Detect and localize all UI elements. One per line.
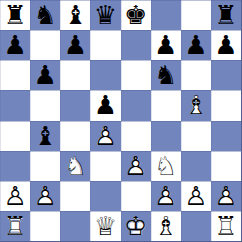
piece-white-pawn[interactable]: ♟♙ <box>211 181 241 211</box>
piece-white-pawn[interactable]: ♟♙ <box>151 181 181 211</box>
square-d7[interactable] <box>90 30 120 60</box>
square-g7[interactable]: ♟ <box>181 30 211 60</box>
square-c5[interactable] <box>60 90 90 120</box>
square-h1[interactable]: ♜♖ <box>211 211 241 241</box>
square-b5[interactable] <box>30 90 60 120</box>
square-d8[interactable]: ♛ <box>90 0 120 30</box>
square-b7[interactable] <box>30 30 60 60</box>
piece-black-pawn[interactable]: ♟ <box>60 30 90 60</box>
chess-board: ♜♞♝♛♚♜♟♟♟♟♟♟♞♟♝♗♝♟♙♞♘♟♙♞♘♟♙♟♙♟♙♟♙♟♙♜♖♛♕♚… <box>0 0 242 242</box>
square-f3[interactable]: ♞♘ <box>151 151 181 181</box>
piece-black-rook[interactable]: ♜ <box>211 0 241 30</box>
square-h2[interactable]: ♟♙ <box>211 181 241 211</box>
square-c7[interactable]: ♟ <box>60 30 90 60</box>
square-b3[interactable] <box>30 151 60 181</box>
square-e5[interactable] <box>121 90 151 120</box>
square-c3[interactable]: ♞♘ <box>60 151 90 181</box>
square-e8[interactable]: ♚ <box>121 0 151 30</box>
square-c2[interactable] <box>60 181 90 211</box>
square-e6[interactable] <box>121 60 151 90</box>
piece-black-pawn[interactable]: ♟ <box>30 60 60 90</box>
piece-black-pawn[interactable]: ♟ <box>211 30 241 60</box>
square-d2[interactable] <box>90 181 120 211</box>
square-c8[interactable]: ♝ <box>60 0 90 30</box>
square-a2[interactable]: ♟♙ <box>0 181 30 211</box>
square-g2[interactable]: ♟♙ <box>181 181 211 211</box>
square-f5[interactable] <box>151 90 181 120</box>
square-h5[interactable] <box>211 90 241 120</box>
square-g1[interactable] <box>181 211 211 241</box>
square-h7[interactable]: ♟ <box>211 30 241 60</box>
square-e3[interactable]: ♟♙ <box>121 151 151 181</box>
square-c1[interactable] <box>60 211 90 241</box>
piece-white-rook[interactable]: ♜♖ <box>211 211 241 241</box>
piece-white-pawn[interactable]: ♟♙ <box>181 181 211 211</box>
square-e4[interactable] <box>121 121 151 151</box>
square-a3[interactable] <box>0 151 30 181</box>
square-h3[interactable] <box>211 151 241 181</box>
square-d5[interactable]: ♟ <box>90 90 120 120</box>
piece-white-bishop[interactable]: ♝♗ <box>181 90 211 120</box>
piece-black-pawn[interactable]: ♟ <box>0 30 30 60</box>
piece-white-knight[interactable]: ♞♘ <box>60 151 90 181</box>
piece-white-bishop[interactable]: ♝♗ <box>151 211 181 241</box>
square-f6[interactable]: ♞ <box>151 60 181 90</box>
square-f2[interactable]: ♟♙ <box>151 181 181 211</box>
square-c4[interactable] <box>60 121 90 151</box>
square-a5[interactable] <box>0 90 30 120</box>
square-b1[interactable] <box>30 211 60 241</box>
square-f7[interactable]: ♟ <box>151 30 181 60</box>
piece-black-knight[interactable]: ♞ <box>151 60 181 90</box>
square-a6[interactable] <box>0 60 30 90</box>
square-h8[interactable]: ♜ <box>211 0 241 30</box>
piece-black-queen[interactable]: ♛ <box>90 0 120 30</box>
square-g6[interactable] <box>181 60 211 90</box>
square-d4[interactable]: ♟♙ <box>90 121 120 151</box>
piece-black-pawn[interactable]: ♟ <box>181 30 211 60</box>
square-f1[interactable]: ♝♗ <box>151 211 181 241</box>
square-h6[interactable] <box>211 60 241 90</box>
piece-white-king[interactable]: ♚♔ <box>121 211 151 241</box>
piece-white-rook[interactable]: ♜♖ <box>0 211 30 241</box>
square-a4[interactable] <box>0 121 30 151</box>
square-d6[interactable] <box>90 60 120 90</box>
square-b2[interactable]: ♟♙ <box>30 181 60 211</box>
square-b4[interactable]: ♝ <box>30 121 60 151</box>
square-g3[interactable] <box>181 151 211 181</box>
piece-white-pawn[interactable]: ♟♙ <box>121 151 151 181</box>
square-g4[interactable] <box>181 121 211 151</box>
piece-black-bishop[interactable]: ♝ <box>60 0 90 30</box>
piece-black-king[interactable]: ♚ <box>121 0 151 30</box>
piece-black-bishop[interactable]: ♝ <box>30 121 60 151</box>
square-b6[interactable]: ♟ <box>30 60 60 90</box>
square-c6[interactable] <box>60 60 90 90</box>
piece-white-queen[interactable]: ♛♕ <box>90 211 120 241</box>
square-b8[interactable]: ♞ <box>30 0 60 30</box>
square-d3[interactable] <box>90 151 120 181</box>
piece-black-rook[interactable]: ♜ <box>0 0 30 30</box>
piece-white-pawn[interactable]: ♟♙ <box>90 121 120 151</box>
square-f8[interactable] <box>151 0 181 30</box>
piece-black-pawn[interactable]: ♟ <box>90 90 120 120</box>
square-a8[interactable]: ♜ <box>0 0 30 30</box>
square-h4[interactable] <box>211 121 241 151</box>
piece-white-pawn[interactable]: ♟♙ <box>0 181 30 211</box>
square-a7[interactable]: ♟ <box>0 30 30 60</box>
square-f4[interactable] <box>151 121 181 151</box>
square-e2[interactable] <box>121 181 151 211</box>
piece-black-pawn[interactable]: ♟ <box>151 30 181 60</box>
square-e1[interactable]: ♚♔ <box>121 211 151 241</box>
square-g8[interactable] <box>181 0 211 30</box>
square-e7[interactable] <box>121 30 151 60</box>
square-a1[interactable]: ♜♖ <box>0 211 30 241</box>
piece-black-knight[interactable]: ♞ <box>30 0 60 30</box>
piece-white-knight[interactable]: ♞♘ <box>151 151 181 181</box>
piece-white-pawn[interactable]: ♟♙ <box>30 181 60 211</box>
square-d1[interactable]: ♛♕ <box>90 211 120 241</box>
square-g5[interactable]: ♝♗ <box>181 90 211 120</box>
